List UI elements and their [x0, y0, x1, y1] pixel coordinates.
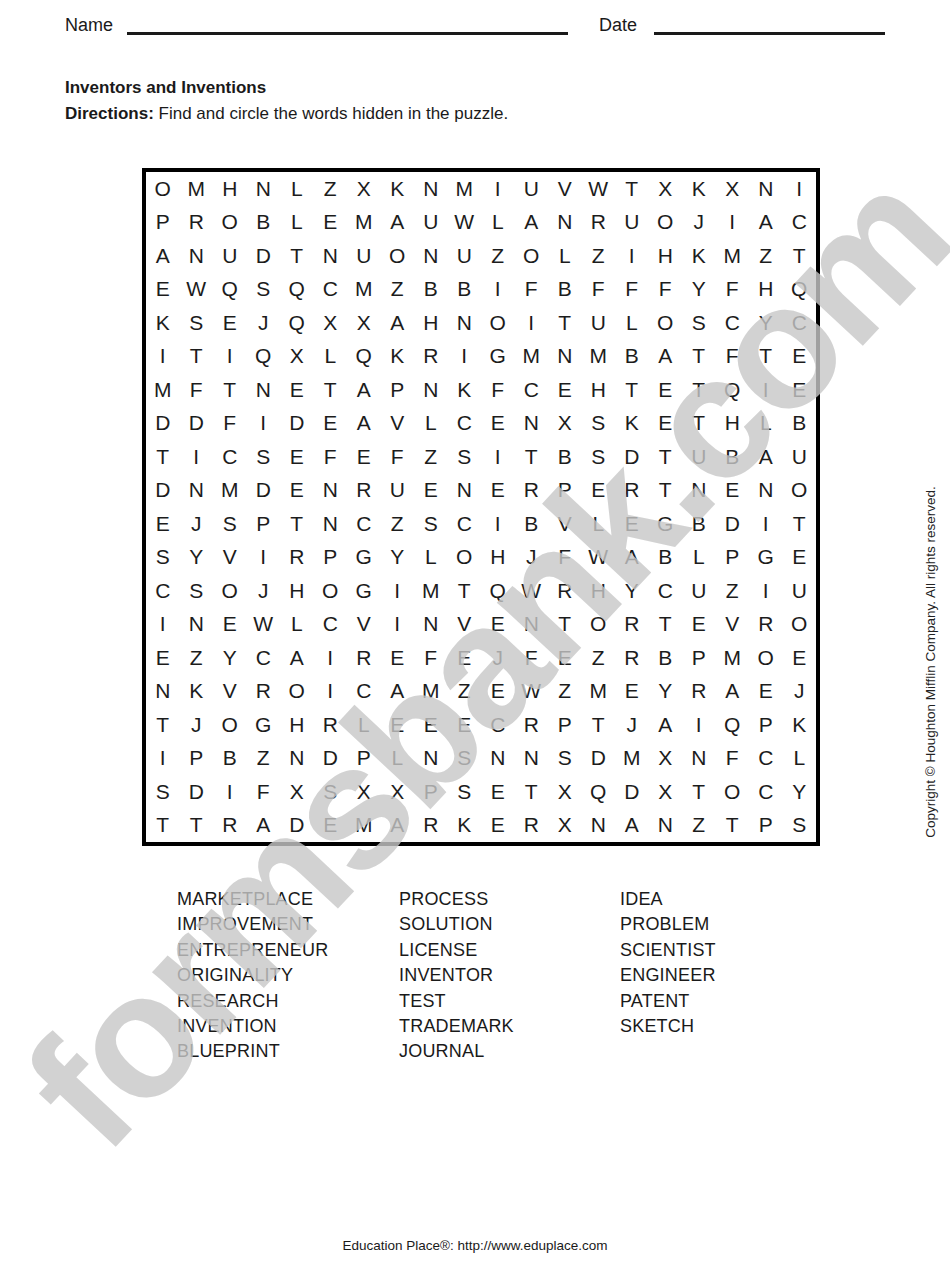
grid-cell[interactable]: Z: [716, 574, 750, 608]
grid-cell[interactable]: F: [716, 273, 750, 307]
grid-cell[interactable]: I: [314, 675, 348, 709]
grid-cell[interactable]: E: [649, 407, 683, 441]
grid-cell[interactable]: O: [448, 541, 482, 575]
grid-cell[interactable]: T: [783, 239, 817, 273]
grid-cell[interactable]: V: [213, 675, 247, 709]
grid-cell[interactable]: R: [682, 675, 716, 709]
grid-cell[interactable]: N: [682, 474, 716, 508]
grid-cell[interactable]: Y: [213, 641, 247, 675]
grid-cell[interactable]: I: [481, 172, 515, 206]
grid-cell[interactable]: E: [280, 373, 314, 407]
grid-cell[interactable]: H: [481, 541, 515, 575]
grid-cell[interactable]: L: [783, 742, 817, 776]
grid-cell[interactable]: B: [649, 541, 683, 575]
grid-cell[interactable]: U: [414, 206, 448, 240]
grid-cell[interactable]: I: [481, 507, 515, 541]
grid-cell[interactable]: O: [213, 574, 247, 608]
grid-cell[interactable]: N: [414, 373, 448, 407]
grid-cell[interactable]: N: [280, 742, 314, 776]
grid-cell[interactable]: O: [213, 206, 247, 240]
grid-cell[interactable]: Y: [749, 306, 783, 340]
grid-cell[interactable]: T: [682, 340, 716, 374]
grid-cell[interactable]: N: [582, 809, 616, 843]
grid-cell[interactable]: U: [582, 306, 616, 340]
grid-cell[interactable]: Q: [280, 306, 314, 340]
grid-cell[interactable]: U: [515, 172, 549, 206]
grid-cell[interactable]: O: [515, 239, 549, 273]
grid-cell[interactable]: S: [548, 742, 582, 776]
grid-cell[interactable]: U: [347, 239, 381, 273]
grid-cell[interactable]: E: [481, 809, 515, 843]
grid-cell[interactable]: U: [682, 574, 716, 608]
grid-cell[interactable]: S: [247, 440, 281, 474]
grid-cell[interactable]: Z: [749, 239, 783, 273]
grid-cell[interactable]: I: [247, 407, 281, 441]
grid-cell[interactable]: B: [548, 273, 582, 307]
grid-cell[interactable]: Q: [582, 775, 616, 809]
grid-cell[interactable]: E: [481, 474, 515, 508]
grid-cell[interactable]: J: [247, 306, 281, 340]
grid-cell[interactable]: N: [749, 474, 783, 508]
grid-cell[interactable]: E: [314, 206, 348, 240]
grid-cell[interactable]: C: [347, 675, 381, 709]
grid-cell[interactable]: R: [515, 474, 549, 508]
grid-cell[interactable]: J: [481, 641, 515, 675]
grid-cell[interactable]: E: [146, 273, 180, 307]
grid-cell[interactable]: T: [515, 440, 549, 474]
grid-cell[interactable]: E: [481, 675, 515, 709]
grid-cell[interactable]: R: [280, 541, 314, 575]
grid-cell[interactable]: I: [749, 574, 783, 608]
grid-cell[interactable]: Q: [716, 373, 750, 407]
grid-cell[interactable]: N: [180, 239, 214, 273]
grid-cell[interactable]: U: [682, 440, 716, 474]
grid-cell[interactable]: D: [615, 775, 649, 809]
grid-cell[interactable]: K: [615, 407, 649, 441]
grid-cell[interactable]: E: [615, 675, 649, 709]
grid-cell[interactable]: C: [515, 373, 549, 407]
grid-cell[interactable]: K: [180, 675, 214, 709]
grid-cell[interactable]: T: [213, 373, 247, 407]
grid-cell[interactable]: Y: [615, 574, 649, 608]
grid-cell[interactable]: Q: [247, 340, 281, 374]
grid-cell[interactable]: B: [448, 273, 482, 307]
grid-cell[interactable]: X: [716, 172, 750, 206]
grid-cell[interactable]: L: [582, 507, 616, 541]
grid-cell[interactable]: F: [582, 273, 616, 307]
grid-cell[interactable]: E: [548, 373, 582, 407]
grid-cell[interactable]: J: [515, 541, 549, 575]
grid-cell[interactable]: O: [783, 474, 817, 508]
grid-cell[interactable]: M: [414, 574, 448, 608]
grid-cell[interactable]: Z: [582, 239, 616, 273]
grid-cell[interactable]: O: [783, 608, 817, 642]
grid-cell[interactable]: P: [146, 206, 180, 240]
grid-cell[interactable]: H: [582, 373, 616, 407]
grid-cell[interactable]: N: [749, 172, 783, 206]
grid-cell[interactable]: F: [314, 440, 348, 474]
grid-cell[interactable]: S: [146, 541, 180, 575]
grid-cell[interactable]: H: [716, 407, 750, 441]
grid-cell[interactable]: F: [213, 407, 247, 441]
grid-cell[interactable]: C: [649, 574, 683, 608]
grid-cell[interactable]: E: [481, 608, 515, 642]
grid-cell[interactable]: O: [314, 574, 348, 608]
name-fill-line[interactable]: [127, 32, 568, 35]
grid-cell[interactable]: H: [213, 172, 247, 206]
grid-cell[interactable]: F: [716, 340, 750, 374]
grid-cell[interactable]: E: [783, 373, 817, 407]
grid-cell[interactable]: R: [347, 641, 381, 675]
grid-cell[interactable]: T: [180, 340, 214, 374]
grid-cell[interactable]: K: [381, 172, 415, 206]
grid-cell[interactable]: I: [716, 206, 750, 240]
grid-cell[interactable]: B: [515, 507, 549, 541]
grid-cell[interactable]: R: [347, 474, 381, 508]
grid-cell[interactable]: S: [414, 507, 448, 541]
grid-cell[interactable]: A: [749, 440, 783, 474]
grid-cell[interactable]: E: [280, 440, 314, 474]
grid-cell[interactable]: F: [548, 541, 582, 575]
grid-cell[interactable]: S: [448, 775, 482, 809]
grid-cell[interactable]: X: [548, 809, 582, 843]
grid-cell[interactable]: L: [280, 172, 314, 206]
grid-cell[interactable]: T: [649, 608, 683, 642]
grid-cell[interactable]: F: [481, 373, 515, 407]
grid-cell[interactable]: T: [314, 373, 348, 407]
grid-cell[interactable]: T: [582, 708, 616, 742]
grid-cell[interactable]: F: [649, 273, 683, 307]
grid-cell[interactable]: C: [448, 407, 482, 441]
grid-cell[interactable]: R: [414, 340, 448, 374]
grid-cell[interactable]: W: [515, 675, 549, 709]
grid-cell[interactable]: T: [716, 809, 750, 843]
grid-cell[interactable]: M: [347, 809, 381, 843]
grid-cell[interactable]: B: [548, 440, 582, 474]
grid-cell[interactable]: N: [414, 172, 448, 206]
grid-cell[interactable]: A: [381, 306, 415, 340]
grid-cell[interactable]: P: [548, 474, 582, 508]
grid-cell[interactable]: K: [682, 172, 716, 206]
grid-cell[interactable]: S: [180, 306, 214, 340]
grid-cell[interactable]: B: [649, 641, 683, 675]
grid-cell[interactable]: S: [448, 742, 482, 776]
grid-cell[interactable]: X: [381, 775, 415, 809]
grid-cell[interactable]: T: [615, 373, 649, 407]
grid-cell[interactable]: F: [716, 742, 750, 776]
grid-cell[interactable]: R: [247, 675, 281, 709]
grid-cell[interactable]: H: [649, 239, 683, 273]
grid-cell[interactable]: R: [749, 608, 783, 642]
grid-cell[interactable]: O: [381, 239, 415, 273]
grid-cell[interactable]: X: [347, 172, 381, 206]
grid-cell[interactable]: D: [314, 742, 348, 776]
grid-cell[interactable]: S: [582, 440, 616, 474]
grid-cell[interactable]: R: [314, 708, 348, 742]
grid-cell[interactable]: C: [783, 206, 817, 240]
grid-cell[interactable]: R: [180, 206, 214, 240]
grid-cell[interactable]: Z: [180, 641, 214, 675]
grid-cell[interactable]: V: [347, 608, 381, 642]
grid-cell[interactable]: X: [347, 306, 381, 340]
grid-cell[interactable]: F: [515, 641, 549, 675]
grid-cell[interactable]: N: [515, 407, 549, 441]
grid-cell[interactable]: L: [414, 541, 448, 575]
grid-cell[interactable]: O: [146, 172, 180, 206]
grid-cell[interactable]: B: [716, 440, 750, 474]
grid-cell[interactable]: K: [448, 809, 482, 843]
grid-cell[interactable]: I: [481, 440, 515, 474]
grid-cell[interactable]: N: [247, 373, 281, 407]
grid-cell[interactable]: W: [582, 172, 616, 206]
grid-cell[interactable]: L: [749, 407, 783, 441]
grid-cell[interactable]: E: [347, 440, 381, 474]
grid-cell[interactable]: E: [381, 641, 415, 675]
grid-cell[interactable]: A: [347, 407, 381, 441]
grid-cell[interactable]: X: [649, 172, 683, 206]
grid-cell[interactable]: H: [280, 574, 314, 608]
grid-cell[interactable]: V: [448, 608, 482, 642]
grid-cell[interactable]: T: [146, 440, 180, 474]
grid-cell[interactable]: Q: [347, 340, 381, 374]
grid-cell[interactable]: D: [280, 809, 314, 843]
grid-cell[interactable]: R: [213, 809, 247, 843]
grid-cell[interactable]: P: [682, 641, 716, 675]
grid-cell[interactable]: V: [716, 608, 750, 642]
grid-cell[interactable]: K: [448, 373, 482, 407]
grid-cell[interactable]: I: [682, 708, 716, 742]
grid-cell[interactable]: M: [347, 273, 381, 307]
grid-cell[interactable]: R: [582, 206, 616, 240]
grid-cell[interactable]: N: [414, 239, 448, 273]
grid-cell[interactable]: U: [213, 239, 247, 273]
grid-cell[interactable]: Z: [247, 742, 281, 776]
grid-cell[interactable]: O: [649, 306, 683, 340]
grid-cell[interactable]: R: [414, 809, 448, 843]
grid-cell[interactable]: P: [548, 708, 582, 742]
grid-cell[interactable]: U: [381, 474, 415, 508]
grid-cell[interactable]: G: [481, 340, 515, 374]
grid-cell[interactable]: J: [247, 574, 281, 608]
grid-cell[interactable]: T: [649, 474, 683, 508]
grid-cell[interactable]: G: [247, 708, 281, 742]
grid-cell[interactable]: F: [180, 373, 214, 407]
grid-cell[interactable]: N: [247, 172, 281, 206]
grid-cell[interactable]: N: [649, 809, 683, 843]
grid-cell[interactable]: P: [749, 809, 783, 843]
grid-cell[interactable]: D: [615, 440, 649, 474]
grid-cell[interactable]: P: [749, 708, 783, 742]
grid-cell[interactable]: I: [146, 742, 180, 776]
grid-cell[interactable]: V: [381, 407, 415, 441]
grid-cell[interactable]: B: [213, 742, 247, 776]
grid-cell[interactable]: X: [314, 306, 348, 340]
grid-cell[interactable]: S: [448, 440, 482, 474]
grid-cell[interactable]: P: [381, 373, 415, 407]
grid-cell[interactable]: T: [448, 574, 482, 608]
grid-cell[interactable]: E: [414, 708, 448, 742]
grid-cell[interactable]: Z: [582, 641, 616, 675]
grid-cell[interactable]: C: [448, 507, 482, 541]
grid-cell[interactable]: D: [180, 407, 214, 441]
grid-cell[interactable]: C: [481, 708, 515, 742]
grid-cell[interactable]: A: [280, 641, 314, 675]
grid-cell[interactable]: I: [213, 340, 247, 374]
grid-cell[interactable]: C: [314, 273, 348, 307]
grid-cell[interactable]: P: [414, 775, 448, 809]
grid-cell[interactable]: S: [682, 306, 716, 340]
grid-cell[interactable]: D: [247, 239, 281, 273]
grid-cell[interactable]: I: [381, 608, 415, 642]
grid-cell[interactable]: N: [548, 206, 582, 240]
grid-cell[interactable]: P: [180, 742, 214, 776]
date-fill-line[interactable]: [654, 32, 885, 35]
grid-cell[interactable]: T: [682, 407, 716, 441]
grid-cell[interactable]: O: [749, 641, 783, 675]
grid-cell[interactable]: Q: [481, 574, 515, 608]
grid-cell[interactable]: M: [582, 340, 616, 374]
grid-cell[interactable]: N: [548, 340, 582, 374]
grid-cell[interactable]: L: [347, 708, 381, 742]
grid-cell[interactable]: B: [615, 340, 649, 374]
grid-cell[interactable]: E: [448, 708, 482, 742]
grid-cell[interactable]: T: [548, 306, 582, 340]
grid-cell[interactable]: R: [615, 474, 649, 508]
grid-cell[interactable]: T: [515, 775, 549, 809]
grid-cell[interactable]: A: [615, 541, 649, 575]
grid-cell[interactable]: J: [615, 708, 649, 742]
grid-cell[interactable]: C: [146, 574, 180, 608]
grid-cell[interactable]: E: [146, 641, 180, 675]
grid-cell[interactable]: P: [716, 541, 750, 575]
grid-cell[interactable]: G: [749, 541, 783, 575]
grid-cell[interactable]: V: [548, 507, 582, 541]
grid-cell[interactable]: L: [280, 206, 314, 240]
grid-cell[interactable]: T: [146, 708, 180, 742]
grid-cell[interactable]: M: [448, 172, 482, 206]
grid-cell[interactable]: E: [615, 507, 649, 541]
grid-cell[interactable]: T: [615, 172, 649, 206]
grid-cell[interactable]: R: [515, 809, 549, 843]
grid-cell[interactable]: J: [180, 507, 214, 541]
grid-cell[interactable]: M: [716, 239, 750, 273]
grid-cell[interactable]: X: [649, 742, 683, 776]
grid-cell[interactable]: O: [280, 675, 314, 709]
grid-cell[interactable]: L: [414, 407, 448, 441]
grid-cell[interactable]: O: [716, 775, 750, 809]
grid-cell[interactable]: E: [213, 608, 247, 642]
grid-cell[interactable]: X: [548, 775, 582, 809]
grid-cell[interactable]: U: [448, 239, 482, 273]
grid-cell[interactable]: H: [582, 574, 616, 608]
grid-cell[interactable]: T: [280, 239, 314, 273]
grid-cell[interactable]: C: [749, 775, 783, 809]
grid-cell[interactable]: D: [146, 474, 180, 508]
grid-cell[interactable]: L: [481, 206, 515, 240]
grid-cell[interactable]: A: [381, 809, 415, 843]
grid-cell[interactable]: I: [749, 373, 783, 407]
grid-cell[interactable]: T: [682, 373, 716, 407]
grid-cell[interactable]: E: [314, 407, 348, 441]
grid-cell[interactable]: E: [682, 608, 716, 642]
grid-cell[interactable]: T: [280, 507, 314, 541]
grid-cell[interactable]: O: [649, 206, 683, 240]
grid-cell[interactable]: A: [716, 675, 750, 709]
grid-cell[interactable]: G: [649, 507, 683, 541]
grid-cell[interactable]: E: [582, 474, 616, 508]
grid-cell[interactable]: F: [615, 273, 649, 307]
grid-cell[interactable]: E: [448, 641, 482, 675]
grid-cell[interactable]: Y: [180, 541, 214, 575]
grid-cell[interactable]: B: [414, 273, 448, 307]
grid-cell[interactable]: I: [247, 541, 281, 575]
grid-cell[interactable]: Q: [716, 708, 750, 742]
grid-cell[interactable]: R: [615, 641, 649, 675]
grid-cell[interactable]: H: [280, 708, 314, 742]
grid-cell[interactable]: K: [381, 340, 415, 374]
grid-cell[interactable]: M: [716, 641, 750, 675]
grid-cell[interactable]: A: [381, 206, 415, 240]
grid-cell[interactable]: Q: [280, 273, 314, 307]
grid-cell[interactable]: L: [548, 239, 582, 273]
grid-cell[interactable]: A: [347, 373, 381, 407]
grid-cell[interactable]: L: [615, 306, 649, 340]
grid-cell[interactable]: E: [414, 474, 448, 508]
grid-cell[interactable]: B: [247, 206, 281, 240]
grid-cell[interactable]: J: [682, 206, 716, 240]
grid-cell[interactable]: S: [783, 809, 817, 843]
grid-cell[interactable]: R: [615, 608, 649, 642]
grid-cell[interactable]: F: [414, 641, 448, 675]
grid-cell[interactable]: N: [180, 474, 214, 508]
grid-cell[interactable]: S: [180, 574, 214, 608]
grid-cell[interactable]: O: [213, 708, 247, 742]
grid-cell[interactable]: C: [749, 742, 783, 776]
grid-cell[interactable]: E: [783, 340, 817, 374]
grid-cell[interactable]: I: [314, 641, 348, 675]
grid-cell[interactable]: E: [749, 675, 783, 709]
grid-cell[interactable]: P: [247, 507, 281, 541]
grid-cell[interactable]: B: [783, 407, 817, 441]
grid-cell[interactable]: N: [515, 742, 549, 776]
grid-cell[interactable]: N: [180, 608, 214, 642]
grid-cell[interactable]: T: [146, 809, 180, 843]
grid-cell[interactable]: I: [146, 608, 180, 642]
grid-cell[interactable]: D: [716, 507, 750, 541]
grid-cell[interactable]: C: [783, 306, 817, 340]
grid-cell[interactable]: Z: [448, 675, 482, 709]
grid-cell[interactable]: F: [515, 273, 549, 307]
grid-cell[interactable]: E: [146, 507, 180, 541]
grid-cell[interactable]: N: [314, 507, 348, 541]
grid-cell[interactable]: T: [548, 608, 582, 642]
grid-cell[interactable]: N: [515, 608, 549, 642]
grid-cell[interactable]: R: [515, 708, 549, 742]
grid-cell[interactable]: W: [448, 206, 482, 240]
grid-cell[interactable]: D: [247, 474, 281, 508]
grid-cell[interactable]: E: [381, 708, 415, 742]
grid-cell[interactable]: S: [213, 507, 247, 541]
grid-cell[interactable]: A: [615, 809, 649, 843]
grid-cell[interactable]: A: [749, 206, 783, 240]
grid-cell[interactable]: E: [783, 641, 817, 675]
grid-cell[interactable]: L: [682, 541, 716, 575]
grid-cell[interactable]: I: [448, 340, 482, 374]
grid-cell[interactable]: N: [146, 675, 180, 709]
grid-cell[interactable]: M: [615, 742, 649, 776]
grid-cell[interactable]: O: [481, 306, 515, 340]
grid-cell[interactable]: P: [314, 541, 348, 575]
